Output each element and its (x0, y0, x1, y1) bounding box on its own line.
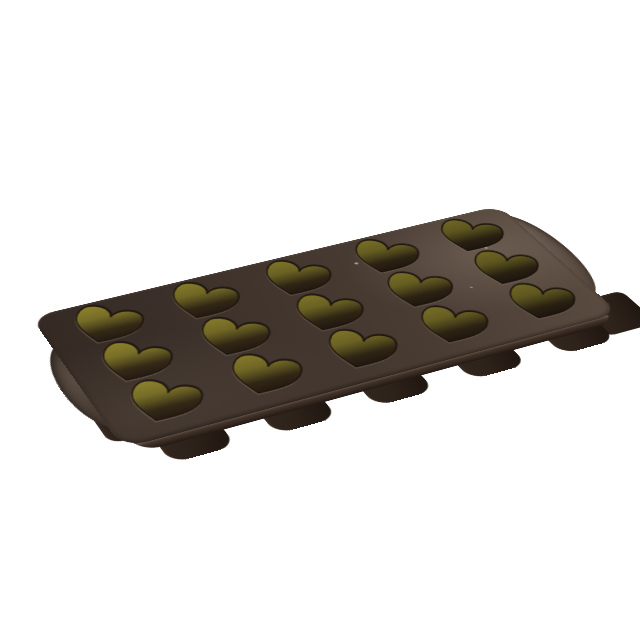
heart-cavity-icon (319, 326, 402, 374)
heart-cavity-icon (118, 377, 210, 429)
tray (31, 205, 620, 448)
heart-cavity-icon (504, 280, 579, 324)
scene (0, 0, 640, 640)
heart-cavity-icon (414, 303, 493, 349)
heart-cavity-icon (221, 351, 308, 401)
